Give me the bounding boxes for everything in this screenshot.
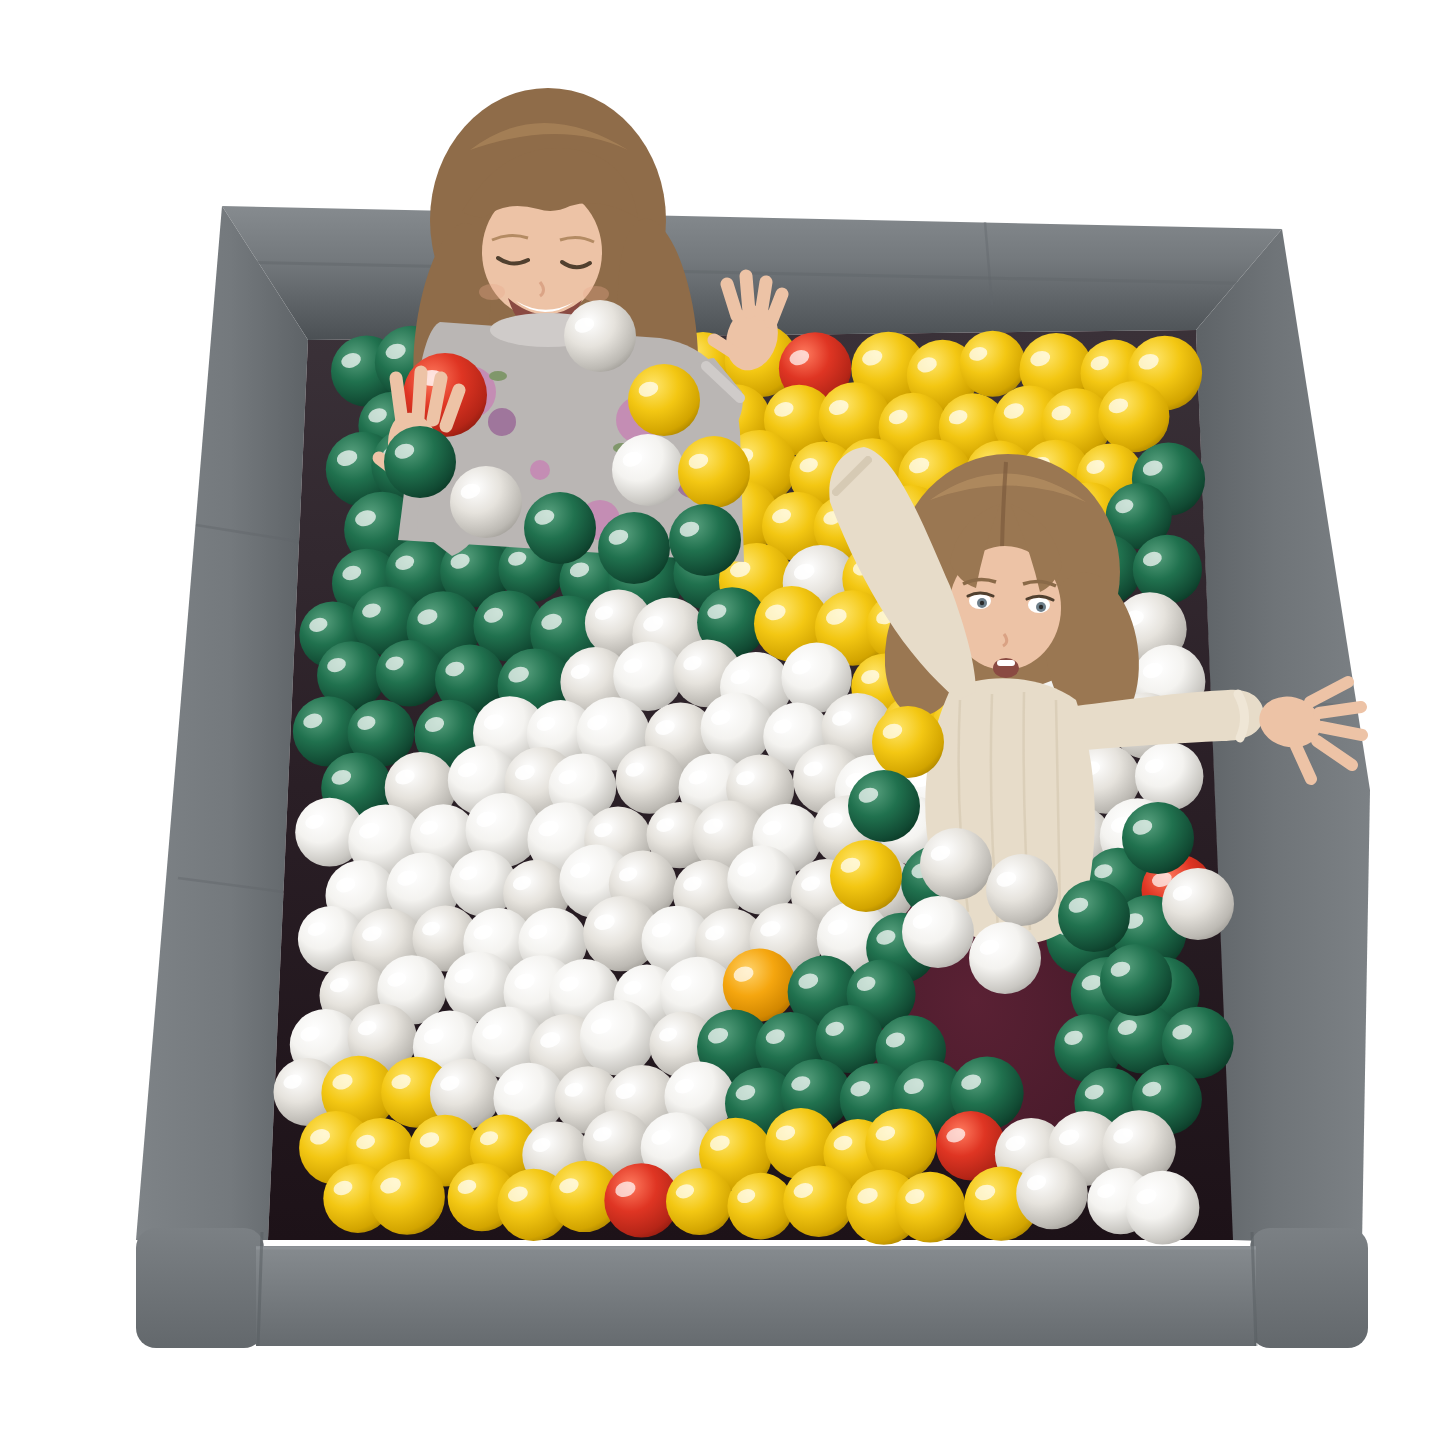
ball	[628, 364, 700, 436]
ball	[1016, 1158, 1088, 1230]
ball	[669, 504, 741, 576]
ball-pit-scene	[0, 0, 1445, 1445]
ball	[902, 896, 974, 968]
ball	[920, 828, 992, 900]
bottom-left-corner-block	[136, 1228, 264, 1348]
ball	[384, 426, 456, 498]
ball	[872, 706, 944, 778]
child-right-mouth	[993, 658, 1019, 678]
ball	[678, 436, 750, 508]
ball	[1098, 381, 1169, 452]
ball	[369, 1159, 445, 1235]
ball	[450, 466, 522, 538]
ball	[1058, 880, 1130, 952]
ball	[580, 1000, 656, 1076]
ball	[524, 492, 596, 564]
ball	[376, 640, 442, 706]
ball	[701, 692, 773, 764]
ball	[960, 331, 1026, 397]
ball	[1122, 802, 1194, 874]
ball	[564, 300, 636, 372]
ball	[783, 1166, 854, 1237]
ball	[865, 1108, 936, 1179]
child-left-cheek	[583, 286, 609, 302]
ball	[1126, 1171, 1200, 1245]
bottom-right-corner-block	[1250, 1228, 1368, 1348]
ball	[969, 922, 1041, 994]
ball	[986, 854, 1058, 926]
ball	[895, 1172, 966, 1243]
ball	[612, 434, 684, 506]
ball	[1100, 944, 1172, 1016]
ball	[598, 512, 670, 584]
child-left-cheek	[479, 284, 505, 300]
ball	[666, 1168, 733, 1235]
photo-canvas	[0, 0, 1445, 1445]
ball	[830, 840, 902, 912]
bottom-wall	[256, 1246, 1256, 1346]
ball	[1162, 868, 1234, 940]
ball	[848, 770, 920, 842]
